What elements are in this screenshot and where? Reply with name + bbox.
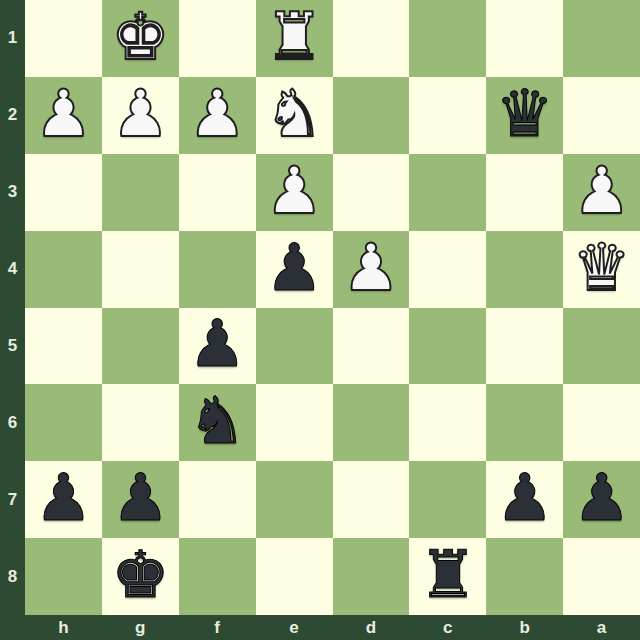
square-d5[interactable] [333, 308, 410, 385]
square-f3[interactable] [179, 154, 256, 231]
square-h7[interactable]: ♟ [25, 461, 102, 538]
square-f4[interactable] [179, 231, 256, 308]
square-g6[interactable] [102, 384, 179, 461]
square-c3[interactable] [409, 154, 486, 231]
white-knight[interactable]: ♞ [265, 81, 323, 146]
rank-label-7: 7 [0, 461, 25, 538]
black-pawn[interactable]: ♟ [111, 465, 169, 530]
file-label-h: h [25, 615, 102, 640]
square-h3[interactable] [25, 154, 102, 231]
white-pawn[interactable]: ♟ [265, 158, 323, 223]
square-a6[interactable] [563, 384, 640, 461]
square-d3[interactable] [333, 154, 410, 231]
square-h2[interactable]: ♟ [25, 77, 102, 154]
rank-label-6: 6 [0, 384, 25, 461]
chess-board: 1♚♜2♟♟♟♞♛3♟♟4♟♟♛5♟6♞7♟♟♟♟8♚♜hgfedcba [0, 0, 640, 640]
file-label-e: e [256, 615, 333, 640]
rank-label-2: 2 [0, 77, 25, 154]
square-g2[interactable]: ♟ [102, 77, 179, 154]
white-pawn[interactable]: ♟ [342, 235, 400, 300]
square-a3[interactable]: ♟ [563, 154, 640, 231]
square-d8[interactable] [333, 538, 410, 615]
square-c2[interactable] [409, 77, 486, 154]
square-e7[interactable] [256, 461, 333, 538]
rank-label-5: 5 [0, 308, 25, 385]
square-c7[interactable] [409, 461, 486, 538]
square-h4[interactable] [25, 231, 102, 308]
square-c5[interactable] [409, 308, 486, 385]
square-d2[interactable] [333, 77, 410, 154]
rank-label-3: 3 [0, 154, 25, 231]
square-g3[interactable] [102, 154, 179, 231]
square-g4[interactable] [102, 231, 179, 308]
file-label-a: a [563, 615, 640, 640]
white-pawn[interactable]: ♟ [188, 81, 246, 146]
square-c8[interactable]: ♜ [409, 538, 486, 615]
square-b4[interactable] [486, 231, 563, 308]
file-label-b: b [486, 615, 563, 640]
square-e6[interactable] [256, 384, 333, 461]
square-d6[interactable] [333, 384, 410, 461]
square-d7[interactable] [333, 461, 410, 538]
square-d4[interactable]: ♟ [333, 231, 410, 308]
white-pawn[interactable]: ♟ [34, 81, 92, 146]
white-king[interactable]: ♚ [111, 4, 169, 69]
square-f7[interactable] [179, 461, 256, 538]
square-b8[interactable] [486, 538, 563, 615]
square-h1[interactable] [25, 0, 102, 77]
white-pawn[interactable]: ♟ [572, 158, 630, 223]
rank-label-4: 4 [0, 231, 25, 308]
square-g8[interactable]: ♚ [102, 538, 179, 615]
square-c6[interactable] [409, 384, 486, 461]
square-e3[interactable]: ♟ [256, 154, 333, 231]
square-g7[interactable]: ♟ [102, 461, 179, 538]
black-rook[interactable]: ♜ [419, 542, 477, 607]
square-b3[interactable] [486, 154, 563, 231]
white-pawn[interactable]: ♟ [111, 81, 169, 146]
square-f6[interactable]: ♞ [179, 384, 256, 461]
square-g1[interactable]: ♚ [102, 0, 179, 77]
file-label-f: f [179, 615, 256, 640]
square-b7[interactable]: ♟ [486, 461, 563, 538]
black-knight[interactable]: ♞ [188, 388, 246, 453]
square-a4[interactable]: ♛ [563, 231, 640, 308]
black-pawn[interactable]: ♟ [34, 465, 92, 530]
black-pawn[interactable]: ♟ [188, 311, 246, 376]
square-b1[interactable] [486, 0, 563, 77]
corner-spacer [0, 615, 25, 640]
square-e4[interactable]: ♟ [256, 231, 333, 308]
square-f5[interactable]: ♟ [179, 308, 256, 385]
square-g5[interactable] [102, 308, 179, 385]
square-f2[interactable]: ♟ [179, 77, 256, 154]
square-b6[interactable] [486, 384, 563, 461]
square-e8[interactable] [256, 538, 333, 615]
black-pawn[interactable]: ♟ [572, 465, 630, 530]
square-d1[interactable] [333, 0, 410, 77]
square-a5[interactable] [563, 308, 640, 385]
square-a1[interactable] [563, 0, 640, 77]
square-h5[interactable] [25, 308, 102, 385]
square-e2[interactable]: ♞ [256, 77, 333, 154]
square-a2[interactable] [563, 77, 640, 154]
square-b2[interactable]: ♛ [486, 77, 563, 154]
square-h8[interactable] [25, 538, 102, 615]
square-h6[interactable] [25, 384, 102, 461]
white-queen[interactable]: ♛ [572, 235, 630, 300]
square-c4[interactable] [409, 231, 486, 308]
square-e1[interactable]: ♜ [256, 0, 333, 77]
square-a7[interactable]: ♟ [563, 461, 640, 538]
black-pawn[interactable]: ♟ [496, 465, 554, 530]
square-f8[interactable] [179, 538, 256, 615]
rank-label-1: 1 [0, 0, 25, 77]
file-label-c: c [409, 615, 486, 640]
white-rook[interactable]: ♜ [265, 4, 323, 69]
file-label-d: d [333, 615, 410, 640]
file-label-g: g [102, 615, 179, 640]
black-king[interactable]: ♚ [111, 542, 169, 607]
square-e5[interactable] [256, 308, 333, 385]
black-pawn[interactable]: ♟ [265, 235, 323, 300]
square-c1[interactable] [409, 0, 486, 77]
square-f1[interactable] [179, 0, 256, 77]
square-a8[interactable] [563, 538, 640, 615]
square-b5[interactable] [486, 308, 563, 385]
rank-label-8: 8 [0, 538, 25, 615]
black-queen[interactable]: ♛ [496, 81, 554, 146]
